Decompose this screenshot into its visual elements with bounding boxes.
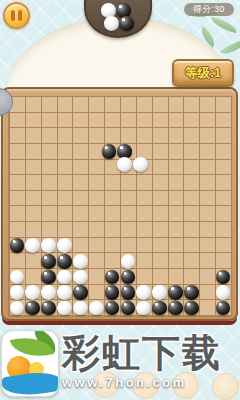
black-stone — [41, 301, 56, 316]
black-stone — [216, 270, 231, 285]
black-stone — [105, 285, 120, 300]
score-badge: 得分:30 — [184, 3, 234, 16]
white-stone — [25, 285, 40, 300]
watermark-title: 彩虹下载 — [62, 333, 234, 373]
white-stone — [10, 285, 25, 300]
black-stone — [102, 144, 117, 159]
black-stone — [121, 301, 136, 316]
white-stone — [73, 301, 88, 316]
black-stone — [184, 301, 199, 316]
black-stone — [105, 270, 120, 285]
black-stone — [152, 301, 167, 316]
white-stone — [73, 270, 88, 285]
white-stone — [104, 16, 119, 31]
white-stone — [41, 238, 56, 253]
black-stone — [168, 285, 183, 300]
white-stone — [10, 301, 25, 316]
game-screen: 得分:30 等级:1 彩虹下载 www.7hon.com — [0, 0, 240, 400]
white-stone — [57, 285, 72, 300]
black-stone — [25, 301, 40, 316]
white-stone — [133, 157, 148, 172]
watermark-logo — [1, 330, 59, 397]
white-stone — [89, 301, 104, 316]
white-stone — [57, 270, 72, 285]
black-stone — [119, 16, 134, 31]
white-stone — [117, 157, 132, 172]
level-badge: 等级:1 — [172, 59, 234, 87]
black-stone — [41, 270, 56, 285]
pause-button[interactable] — [3, 2, 30, 29]
board-grid[interactable] — [8, 96, 232, 317]
white-stone — [136, 301, 151, 316]
black-stone — [105, 301, 120, 316]
white-stone — [152, 285, 167, 300]
white-stone — [41, 285, 56, 300]
black-stone — [168, 301, 183, 316]
bamboo-leaf-icon — [220, 34, 240, 59]
black-stone — [121, 270, 136, 285]
white-stone — [136, 285, 151, 300]
black-stone — [10, 238, 25, 253]
white-stone — [216, 285, 231, 300]
white-stone — [57, 238, 72, 253]
black-stone — [41, 254, 56, 269]
black-stone — [57, 254, 72, 269]
white-stone — [57, 301, 72, 316]
watermark-url: www.7hon.com — [62, 375, 234, 390]
bamboo-leaf-icon — [209, 17, 239, 33]
white-stone — [25, 238, 40, 253]
white-stone — [73, 254, 88, 269]
game-board[interactable] — [1, 87, 238, 321]
pause-icon — [11, 10, 15, 21]
black-stone — [121, 285, 136, 300]
white-stone — [10, 270, 25, 285]
black-stone — [184, 285, 199, 300]
white-stone — [121, 254, 136, 269]
pause-icon — [18, 10, 22, 21]
black-stone — [73, 285, 88, 300]
black-stone — [216, 301, 231, 316]
